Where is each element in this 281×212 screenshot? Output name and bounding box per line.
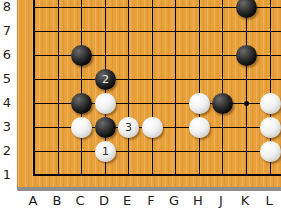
col-label-H: H — [190, 193, 206, 209]
row-label-2: 2 — [0, 143, 14, 159]
row-label-3: 3 — [0, 119, 14, 135]
row-label-4: 4 — [0, 95, 14, 111]
col-label-J: J — [213, 193, 229, 209]
star-point-K4 — [244, 101, 249, 106]
black-stone-D5: 2 — [95, 69, 116, 90]
row-label-6: 6 — [0, 47, 14, 63]
col-label-E: E — [119, 193, 135, 209]
row-label-5: 5 — [0, 71, 14, 87]
grid-line-col-C — [81, 0, 82, 176]
col-label-K: K — [237, 193, 253, 209]
row-label-8: 8 — [0, 0, 14, 15]
black-stone-K8 — [236, 0, 257, 18]
col-label-B: B — [49, 193, 65, 209]
grid-line-col-A — [33, 0, 35, 176]
grid-line-col-G — [175, 0, 176, 176]
white-stone-C3 — [71, 117, 92, 138]
grid-line-col-K — [246, 0, 247, 176]
grid-line-row-5 — [33, 79, 281, 80]
grid-line-row-1 — [33, 174, 281, 176]
col-label-A: A — [25, 193, 41, 209]
col-label-C: C — [72, 193, 88, 209]
white-stone-E3: 3 — [118, 117, 139, 138]
grid-line-row-2 — [33, 151, 281, 152]
grid-line-col-F — [152, 0, 153, 176]
grid-line-col-B — [58, 0, 59, 176]
black-stone-C6 — [71, 45, 92, 66]
white-stone-D2: 1 — [95, 141, 116, 162]
white-stone-F3 — [142, 117, 163, 138]
white-stone-H3 — [189, 117, 210, 138]
black-stone-K6 — [236, 45, 257, 66]
grid-line-col-H — [199, 0, 200, 176]
black-stone-D3 — [95, 117, 116, 138]
grid-line-col-E — [128, 0, 129, 176]
col-label-F: F — [143, 193, 159, 209]
go-diagram: 213 ABCDEFGHJKL12345678 — [0, 0, 281, 212]
col-label-L: L — [261, 193, 277, 209]
col-label-G: G — [166, 193, 182, 209]
black-stone-C4 — [71, 93, 92, 114]
col-label-D: D — [96, 193, 112, 209]
grid-line-col-J — [222, 0, 223, 176]
board-wood: 213 — [17, 0, 281, 187]
white-stone-L3 — [260, 117, 281, 138]
board-shadow — [17, 187, 281, 191]
white-stone-D4 — [95, 93, 116, 114]
row-label-7: 7 — [0, 23, 14, 39]
white-stone-L2 — [260, 141, 281, 162]
white-stone-L4 — [260, 93, 281, 114]
grid-line-row-7 — [33, 31, 281, 32]
white-stone-H4 — [189, 93, 210, 114]
black-stone-J4 — [212, 93, 233, 114]
row-label-1: 1 — [0, 167, 14, 183]
